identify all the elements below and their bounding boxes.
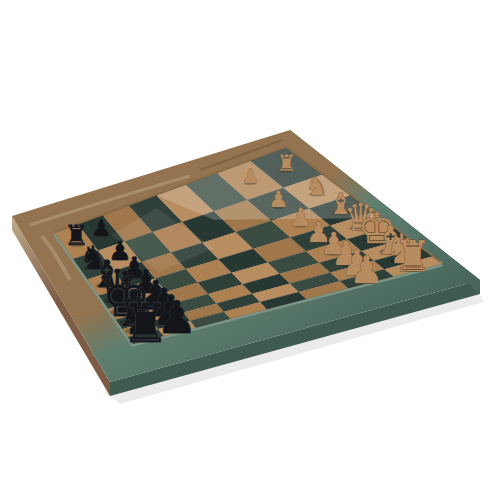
piece-white-P-r1c6: ♟ — [268, 186, 288, 212]
piece-white-P-r0c6: ♟ — [241, 164, 259, 188]
piece-black-R-r7c0: ♜ — [122, 292, 170, 355]
piece-white-N-r1c7: ♞ — [305, 171, 328, 201]
piece-white-R-r0c7: ♜ — [276, 150, 296, 176]
board-scene: ♜♟♞♟♟♜♝♟♟♛♞♟♚♟♝♟♝♟♟♛♞♟♟♜♚♟♟♝♟♞♟♜ — [0, 0, 500, 500]
piece-white-R-r7c7: ♜ — [394, 232, 432, 281]
chess-set-photo: ♜♟♞♟♟♜♝♟♟♛♞♟♚♟♝♟♝♟♟♛♞♟♟♜♚♟♟♝♟♞♟♜ Stone c… — [0, 0, 500, 500]
piece-white-P-r7c6: ♟ — [349, 248, 383, 292]
